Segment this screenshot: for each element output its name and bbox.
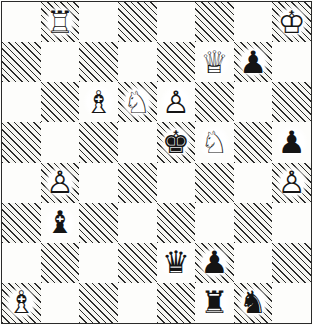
square-c5[interactable]	[79, 122, 118, 162]
white-pawn[interactable]: ♙	[159, 84, 193, 120]
square-g6[interactable]	[234, 82, 273, 122]
square-e8[interactable]	[157, 2, 196, 42]
square-a4[interactable]	[2, 163, 41, 203]
square-f8[interactable]	[195, 2, 234, 42]
square-b6[interactable]	[41, 82, 80, 122]
square-h7[interactable]	[272, 42, 311, 82]
square-e4[interactable]	[157, 163, 196, 203]
black-pawn[interactable]: ♟	[197, 245, 231, 281]
square-d5[interactable]	[118, 122, 157, 162]
square-g8[interactable]	[234, 2, 273, 42]
square-d3[interactable]	[118, 203, 157, 243]
white-queen[interactable]: ♕	[197, 44, 231, 80]
black-bishop[interactable]: ♝	[43, 205, 77, 241]
black-king[interactable]: ♚	[159, 124, 193, 160]
white-rook[interactable]: ♖	[43, 4, 77, 40]
square-a7[interactable]	[2, 42, 41, 82]
chess-board: ♖♔♕♟♗♘♙♚♘♟♙♙♝♛♟♗♜♞	[1, 1, 312, 324]
square-h3[interactable]	[272, 203, 311, 243]
square-h6[interactable]	[272, 82, 311, 122]
square-e2[interactable]: ♛	[157, 243, 196, 283]
square-a1[interactable]: ♗	[2, 283, 41, 323]
square-f6[interactable]	[195, 82, 234, 122]
square-g4[interactable]	[234, 163, 273, 203]
square-h5[interactable]: ♟	[272, 122, 311, 162]
square-g3[interactable]	[234, 203, 273, 243]
square-e5[interactable]: ♚	[157, 122, 196, 162]
square-d1[interactable]	[118, 283, 157, 323]
square-c2[interactable]	[79, 243, 118, 283]
white-bishop[interactable]: ♗	[82, 84, 116, 120]
white-pawn[interactable]: ♙	[275, 165, 309, 201]
square-f5[interactable]: ♘	[195, 122, 234, 162]
square-f2[interactable]: ♟	[195, 243, 234, 283]
square-d7[interactable]	[118, 42, 157, 82]
square-b4[interactable]: ♙	[41, 163, 80, 203]
square-g2[interactable]	[234, 243, 273, 283]
square-b3[interactable]: ♝	[41, 203, 80, 243]
square-a6[interactable]	[2, 82, 41, 122]
square-d2[interactable]	[118, 243, 157, 283]
square-b8[interactable]: ♖	[41, 2, 80, 42]
square-c4[interactable]	[79, 163, 118, 203]
square-g5[interactable]	[234, 122, 273, 162]
white-pawn[interactable]: ♙	[43, 165, 77, 201]
square-b5[interactable]	[41, 122, 80, 162]
square-a8[interactable]	[2, 2, 41, 42]
square-c3[interactable]	[79, 203, 118, 243]
square-g1[interactable]: ♞	[234, 283, 273, 323]
square-f1[interactable]: ♜	[195, 283, 234, 323]
square-e1[interactable]	[157, 283, 196, 323]
square-g7[interactable]: ♟	[234, 42, 273, 82]
square-b1[interactable]	[41, 283, 80, 323]
square-f4[interactable]	[195, 163, 234, 203]
white-knight[interactable]: ♘	[197, 124, 231, 160]
square-f7[interactable]: ♕	[195, 42, 234, 82]
square-h8[interactable]: ♔	[272, 2, 311, 42]
black-pawn[interactable]: ♟	[275, 124, 309, 160]
square-c1[interactable]	[79, 283, 118, 323]
square-d8[interactable]	[118, 2, 157, 42]
square-c8[interactable]	[79, 2, 118, 42]
square-f3[interactable]	[195, 203, 234, 243]
square-d6[interactable]: ♘	[118, 82, 157, 122]
black-knight[interactable]: ♞	[236, 285, 270, 321]
square-h4[interactable]: ♙	[272, 163, 311, 203]
square-h2[interactable]	[272, 243, 311, 283]
square-a3[interactable]	[2, 203, 41, 243]
square-h1[interactable]	[272, 283, 311, 323]
square-e7[interactable]	[157, 42, 196, 82]
square-e6[interactable]: ♙	[157, 82, 196, 122]
black-pawn[interactable]: ♟	[236, 44, 270, 80]
black-queen[interactable]: ♛	[159, 245, 193, 281]
square-d4[interactable]	[118, 163, 157, 203]
square-a5[interactable]	[2, 122, 41, 162]
square-e3[interactable]	[157, 203, 196, 243]
square-c7[interactable]	[79, 42, 118, 82]
square-b2[interactable]	[41, 243, 80, 283]
square-c6[interactable]: ♗	[79, 82, 118, 122]
square-b7[interactable]	[41, 42, 80, 82]
black-rook[interactable]: ♜	[197, 285, 231, 321]
white-bishop[interactable]: ♗	[4, 285, 38, 321]
white-knight[interactable]: ♘	[120, 84, 154, 120]
chess-diagram: ♖♔♕♟♗♘♙♚♘♟♙♙♝♛♟♗♜♞	[0, 0, 313, 325]
square-a2[interactable]	[2, 243, 41, 283]
white-king[interactable]: ♔	[275, 4, 309, 40]
